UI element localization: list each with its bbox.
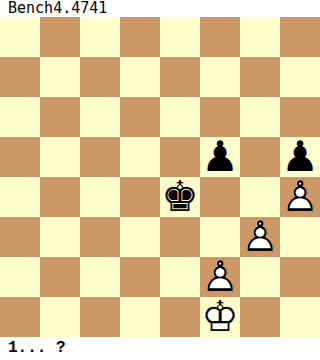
square-d6[interactable] (120, 97, 160, 137)
square-f5[interactable]: ♟ (200, 137, 240, 177)
square-e6[interactable] (160, 97, 200, 137)
diagram-title: Bench4.4741 (0, 0, 320, 17)
square-e4[interactable]: ♚ (160, 177, 200, 217)
square-b8[interactable] (40, 17, 80, 57)
square-g3[interactable]: ♟♙ (240, 217, 280, 257)
square-g2[interactable] (240, 257, 280, 297)
square-e8[interactable] (160, 17, 200, 57)
square-h6[interactable] (280, 97, 320, 137)
white-pawn-icon: ♟♙ (280, 177, 320, 217)
square-c8[interactable] (80, 17, 120, 57)
square-d2[interactable] (120, 257, 160, 297)
square-b2[interactable] (40, 257, 80, 297)
square-b1[interactable] (40, 297, 80, 337)
square-d4[interactable] (120, 177, 160, 217)
square-c2[interactable] (80, 257, 120, 297)
square-c5[interactable] (80, 137, 120, 177)
square-e7[interactable] (160, 57, 200, 97)
square-c6[interactable] (80, 97, 120, 137)
square-b3[interactable] (40, 217, 80, 257)
square-b5[interactable] (40, 137, 80, 177)
white-pawn-icon: ♟♙ (240, 217, 280, 257)
square-c7[interactable] (80, 57, 120, 97)
square-c4[interactable] (80, 177, 120, 217)
square-f6[interactable] (200, 97, 240, 137)
square-f8[interactable] (200, 17, 240, 57)
black-king-icon: ♚ (160, 177, 200, 217)
square-g1[interactable] (240, 297, 280, 337)
square-b7[interactable] (40, 57, 80, 97)
square-a6[interactable] (0, 97, 40, 137)
square-a3[interactable] (0, 217, 40, 257)
square-f7[interactable] (200, 57, 240, 97)
square-d7[interactable] (120, 57, 160, 97)
square-b4[interactable] (40, 177, 80, 217)
black-pawn-icon: ♟ (200, 137, 240, 177)
square-h8[interactable] (280, 17, 320, 57)
square-e5[interactable] (160, 137, 200, 177)
move-prompt: 1... ? (0, 337, 320, 360)
square-h4[interactable]: ♟♙ (280, 177, 320, 217)
square-e2[interactable] (160, 257, 200, 297)
square-e1[interactable] (160, 297, 200, 337)
square-g6[interactable] (240, 97, 280, 137)
square-h1[interactable] (280, 297, 320, 337)
square-h2[interactable] (280, 257, 320, 297)
square-h3[interactable] (280, 217, 320, 257)
square-a8[interactable] (0, 17, 40, 57)
square-e3[interactable] (160, 217, 200, 257)
square-g5[interactable] (240, 137, 280, 177)
square-c3[interactable] (80, 217, 120, 257)
chess-board: ♟♟♚♟♙♟♙♟♙♚♔ (0, 17, 320, 337)
square-a1[interactable] (0, 297, 40, 337)
square-c1[interactable] (80, 297, 120, 337)
square-f4[interactable] (200, 177, 240, 217)
white-pawn-icon: ♟♙ (200, 257, 240, 297)
square-b6[interactable] (40, 97, 80, 137)
square-g4[interactable] (240, 177, 280, 217)
square-f1[interactable]: ♚♔ (200, 297, 240, 337)
square-d1[interactable] (120, 297, 160, 337)
square-h5[interactable]: ♟ (280, 137, 320, 177)
square-g8[interactable] (240, 17, 280, 57)
square-a2[interactable] (0, 257, 40, 297)
white-king-icon: ♚♔ (200, 297, 240, 337)
square-a5[interactable] (0, 137, 40, 177)
square-a4[interactable] (0, 177, 40, 217)
square-g7[interactable] (240, 57, 280, 97)
square-f2[interactable]: ♟♙ (200, 257, 240, 297)
square-f3[interactable] (200, 217, 240, 257)
square-d5[interactable] (120, 137, 160, 177)
black-pawn-icon: ♟ (280, 137, 320, 177)
square-d8[interactable] (120, 17, 160, 57)
square-d3[interactable] (120, 217, 160, 257)
square-h7[interactable] (280, 57, 320, 97)
square-a7[interactable] (0, 57, 40, 97)
